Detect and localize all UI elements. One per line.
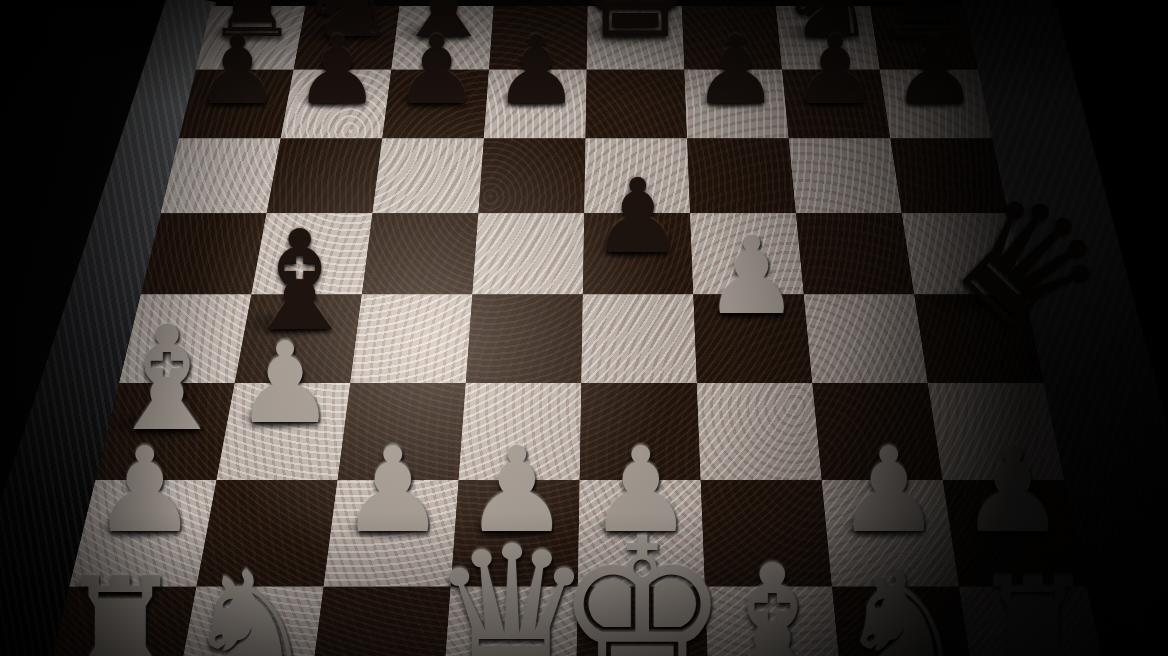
piece-black-pawn-h7[interactable]: ♟: [893, 23, 978, 118]
piece-white-bishop-f1[interactable]: ♝: [701, 544, 844, 656]
piece-white-knight-b1[interactable]: ♞: [184, 552, 318, 656]
piece-black-pawn-g7[interactable]: ♟: [793, 23, 878, 118]
piece-black-pawn-e5[interactable]: ♟: [592, 166, 684, 269]
piece-white-pawn-b3[interactable]: ♟: [235, 327, 336, 439]
piece-black-pawn-c7[interactable]: ♟: [394, 23, 479, 118]
piece-white-rook-a1[interactable]: ♜: [57, 560, 183, 656]
piece-black-king-e8[interactable]: ♚: [571, 0, 700, 59]
piece-white-knight-g1[interactable]: ♞: [836, 552, 970, 656]
piece-black-pawn-b7[interactable]: ♟: [295, 23, 380, 118]
piece-white-pawn-h2[interactable]: ♟: [960, 432, 1066, 550]
piece-black-pawn-d7[interactable]: ♟: [494, 23, 579, 118]
piece-white-rook-h1[interactable]: ♜: [970, 560, 1096, 656]
piece-white-pawn-g2[interactable]: ♟: [836, 432, 942, 550]
piece-black-pawn-a7[interactable]: ♟: [195, 23, 280, 118]
chess-scene-stage: Dark dramatic 3D-rendered chess board in…: [0, 0, 1168, 656]
piece-white-pawn-a2[interactable]: ♟: [92, 432, 198, 550]
piece-white-pawn-f4[interactable]: ♟: [704, 221, 800, 328]
piece-black-pawn-f7[interactable]: ♟: [693, 23, 778, 118]
